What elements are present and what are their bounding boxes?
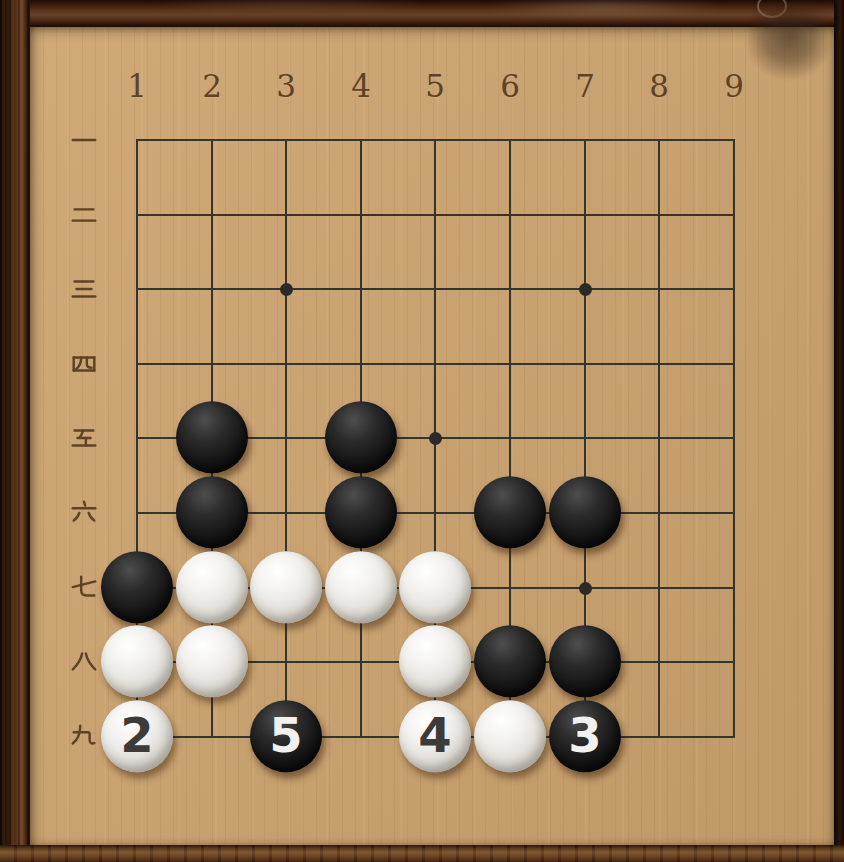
stone-black — [474, 476, 546, 548]
stone-black — [549, 476, 621, 548]
stone-black-move-5: 5 — [250, 700, 322, 772]
kanji-numeral-glyph — [69, 647, 99, 677]
stone-black — [176, 476, 248, 548]
stone-white-move-4: 4 — [399, 700, 471, 772]
stone-white — [474, 700, 546, 772]
grid-line-vertical — [733, 139, 735, 738]
row-label-8 — [69, 647, 99, 677]
kanji-numeral-glyph — [69, 349, 99, 379]
row-label-1 — [69, 125, 99, 155]
column-label-3: 3 — [276, 68, 296, 104]
column-label-7: 7 — [575, 68, 595, 104]
kanji-numeral-glyph — [69, 423, 99, 453]
board-frame-top — [0, 0, 844, 27]
kanji-numeral-glyph — [69, 722, 99, 752]
column-label-5: 5 — [425, 68, 445, 104]
column-label-4: 4 — [351, 68, 371, 104]
stone-white — [101, 625, 173, 697]
stone-white — [250, 551, 322, 623]
kanji-numeral-glyph — [69, 274, 99, 304]
stone-black — [325, 401, 397, 473]
row-label-7 — [69, 573, 99, 603]
move-number-label: 3 — [568, 711, 601, 759]
wood-glare-streak — [480, 0, 730, 16]
star-point — [579, 582, 592, 595]
column-label-1: 1 — [127, 68, 147, 104]
row-label-9 — [69, 722, 99, 752]
stone-white — [399, 551, 471, 623]
wood-glare-streak — [140, 0, 440, 11]
stone-black — [474, 625, 546, 697]
stone-black — [176, 401, 248, 473]
frame-scratch-mark — [757, 0, 787, 18]
column-label-2: 2 — [202, 68, 222, 104]
move-number-label: 5 — [269, 711, 302, 759]
stone-white — [176, 551, 248, 623]
stone-black — [549, 625, 621, 697]
kanji-numeral-glyph — [69, 498, 99, 528]
column-label-8: 8 — [649, 68, 669, 104]
kanji-numeral-glyph — [69, 125, 99, 155]
stone-black-move-3: 3 — [549, 700, 621, 772]
go-game-screen: 123456789 2543 — [0, 0, 844, 862]
star-point — [579, 283, 592, 296]
board-frame-right — [834, 0, 844, 862]
column-label-9: 9 — [724, 68, 744, 104]
stone-white — [325, 551, 397, 623]
row-label-2 — [69, 200, 99, 230]
move-number-label: 2 — [120, 711, 153, 759]
star-point — [429, 432, 442, 445]
grid-line-vertical — [658, 139, 660, 738]
stone-black — [325, 476, 397, 548]
row-label-4 — [69, 349, 99, 379]
column-label-6: 6 — [500, 68, 520, 104]
board-frame-bottom — [0, 845, 844, 862]
stone-white — [176, 625, 248, 697]
row-label-5 — [69, 423, 99, 453]
row-label-3 — [69, 274, 99, 304]
kanji-numeral-glyph — [69, 200, 99, 230]
kanji-numeral-glyph — [69, 573, 99, 603]
move-number-label: 4 — [418, 711, 451, 759]
stone-white — [399, 625, 471, 697]
board-frame-left — [0, 0, 30, 862]
row-label-6 — [69, 498, 99, 528]
star-point — [280, 283, 293, 296]
stone-white-move-2: 2 — [101, 700, 173, 772]
stone-black — [101, 551, 173, 623]
